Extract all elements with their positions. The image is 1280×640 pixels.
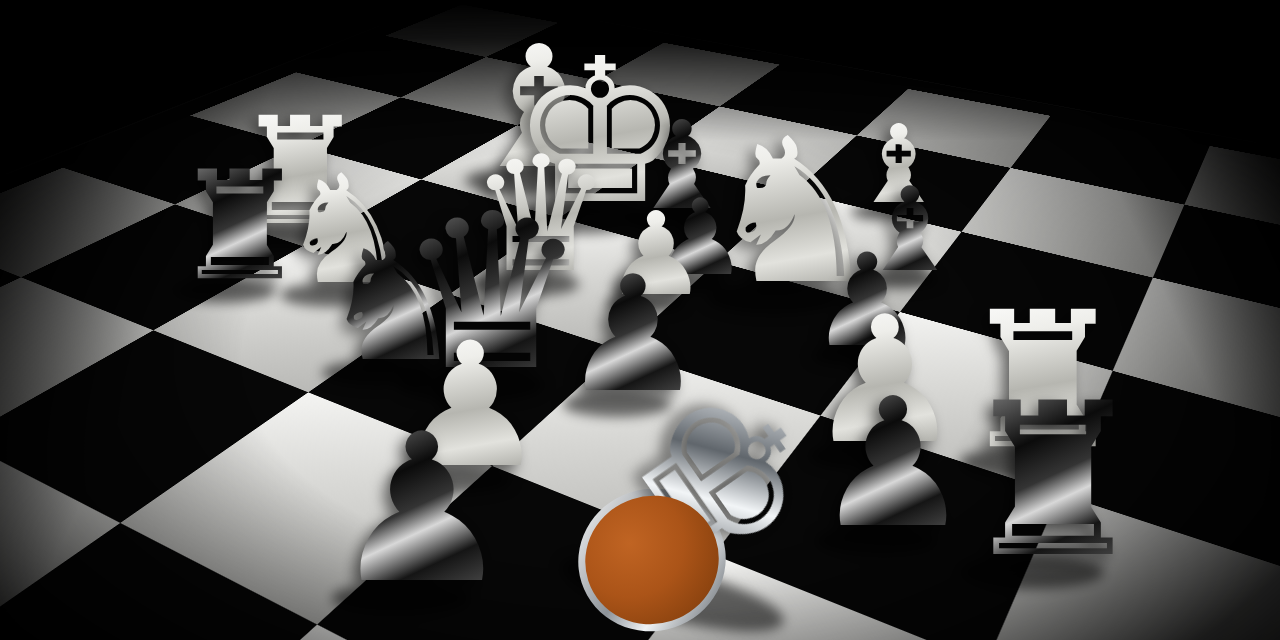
chess-scene: ♝♝♚♝♜♝♛♟♜♞♞♟♟♞♛♟♟♜♟♟♚♜♟	[0, 0, 1280, 640]
chess-board	[0, 5, 1280, 640]
